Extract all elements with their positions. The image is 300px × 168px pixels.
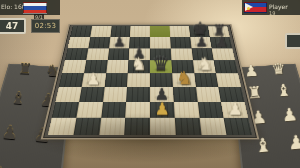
piece-black-rook-h8[interactable]: ♜ bbox=[210, 23, 230, 38]
captured-piece: ♟ bbox=[294, 165, 300, 168]
square-e3[interactable]: ♟ bbox=[150, 87, 174, 102]
russia-flag-icon bbox=[23, 2, 47, 14]
captured-piece: ♟ bbox=[244, 63, 259, 80]
square-e5[interactable]: ♛ bbox=[150, 60, 172, 73]
captured-piece: ♟ bbox=[281, 106, 298, 125]
captured-piece: ♟ bbox=[287, 133, 300, 153]
captured-piece: ♝ bbox=[10, 89, 27, 107]
square-a7[interactable] bbox=[68, 37, 91, 48]
captured-piece: ♟ bbox=[1, 123, 19, 143]
square-h4[interactable] bbox=[216, 73, 241, 87]
piece-black-knight-f4[interactable]: ♞ bbox=[173, 69, 196, 88]
square-e8[interactable] bbox=[150, 26, 170, 37]
player-rating: 19 bbox=[269, 10, 275, 16]
square-g8[interactable]: ♚ bbox=[189, 26, 210, 37]
square-g4[interactable] bbox=[194, 73, 218, 87]
opponent-clock: 02:53 bbox=[31, 19, 60, 33]
square-e7[interactable] bbox=[150, 37, 171, 48]
square-f4[interactable]: ♞ bbox=[172, 73, 196, 87]
square-d5[interactable]: ♞ bbox=[128, 60, 150, 73]
square-d4[interactable] bbox=[127, 73, 150, 87]
piece-black-pawn-e3[interactable]: ♟ bbox=[150, 86, 174, 102]
square-a8[interactable] bbox=[70, 26, 92, 37]
square-b8[interactable] bbox=[90, 26, 111, 37]
square-g5[interactable]: ♞ bbox=[193, 60, 217, 73]
square-d6[interactable]: ♟ bbox=[129, 48, 150, 60]
square-c4[interactable] bbox=[104, 73, 128, 87]
captured-piece: ♟ bbox=[0, 165, 10, 168]
piece-black-pawn-h7[interactable]: ♟ bbox=[212, 34, 233, 48]
player-clock-box bbox=[285, 33, 300, 49]
chess-game-screen: ♜♞♝♟♟♟♟ ♟♛♜♝♟♟♝♟♜♟ ♚♜♟♟♟♟♞♛♞♟♞♟♟♟ Elo: 1… bbox=[0, 0, 300, 168]
square-f6[interactable] bbox=[171, 48, 193, 60]
square-g7[interactable]: ♟ bbox=[190, 37, 212, 48]
captured-piece: ♞ bbox=[45, 63, 60, 80]
captured-piece: ♛ bbox=[271, 61, 286, 77]
player-name: Player bbox=[269, 3, 288, 10]
square-b3[interactable] bbox=[79, 87, 104, 102]
square-b4[interactable]: ♟ bbox=[81, 73, 105, 87]
square-d7[interactable] bbox=[129, 37, 150, 48]
square-a3[interactable] bbox=[55, 87, 81, 102]
square-c7[interactable]: ♟ bbox=[109, 37, 130, 48]
square-b6[interactable] bbox=[86, 48, 109, 60]
square-h3[interactable] bbox=[219, 87, 245, 102]
square-f7[interactable] bbox=[170, 37, 191, 48]
square-g3[interactable] bbox=[196, 87, 221, 102]
piece-black-king-g8[interactable]: ♚ bbox=[190, 20, 210, 38]
piece-white-knight-g5[interactable]: ♞ bbox=[194, 56, 216, 74]
piece-white-knight-d5[interactable]: ♞ bbox=[128, 56, 150, 74]
piece-white-pawn-b4[interactable]: ♟ bbox=[82, 71, 105, 87]
square-d3[interactable] bbox=[126, 87, 150, 102]
square-f8[interactable] bbox=[169, 26, 190, 37]
square-h5[interactable] bbox=[214, 60, 238, 73]
square-h7[interactable]: ♟ bbox=[210, 37, 233, 48]
philippines-flag-icon bbox=[244, 2, 267, 13]
square-e4[interactable] bbox=[150, 73, 173, 87]
square-a6[interactable] bbox=[65, 48, 88, 60]
square-d8[interactable] bbox=[130, 26, 150, 37]
square-c5[interactable] bbox=[106, 60, 129, 73]
square-a4[interactable] bbox=[59, 73, 84, 87]
square-h6[interactable] bbox=[212, 48, 235, 60]
square-f3[interactable] bbox=[173, 87, 198, 102]
captured-piece: ♜ bbox=[18, 61, 33, 77]
piece-black-pawn-g7[interactable]: ♟ bbox=[191, 34, 212, 48]
captured-piece: ♝ bbox=[276, 82, 292, 100]
square-e6[interactable] bbox=[150, 48, 171, 60]
captured-piece: ♜ bbox=[247, 84, 263, 102]
piece-black-pawn-d6[interactable]: ♟ bbox=[129, 46, 150, 61]
piece-black-pawn-c7[interactable]: ♟ bbox=[109, 34, 130, 48]
square-f5[interactable] bbox=[171, 60, 194, 73]
piece-black-queen-e5[interactable]: ♛ bbox=[150, 54, 172, 74]
square-b5[interactable] bbox=[84, 60, 108, 73]
square-b7[interactable] bbox=[88, 37, 110, 48]
square-c8[interactable] bbox=[110, 26, 131, 37]
square-c3[interactable] bbox=[103, 87, 128, 102]
square-c6[interactable] bbox=[107, 48, 129, 60]
captured-piece: ♟ bbox=[40, 92, 57, 110]
player-panel: Player 19 bbox=[242, 0, 300, 15]
square-a5[interactable] bbox=[62, 60, 86, 73]
move-counter: 47 bbox=[0, 18, 26, 34]
board-shadow bbox=[26, 112, 274, 164]
square-h8[interactable]: ♜ bbox=[208, 26, 230, 37]
square-g6[interactable] bbox=[191, 48, 214, 60]
